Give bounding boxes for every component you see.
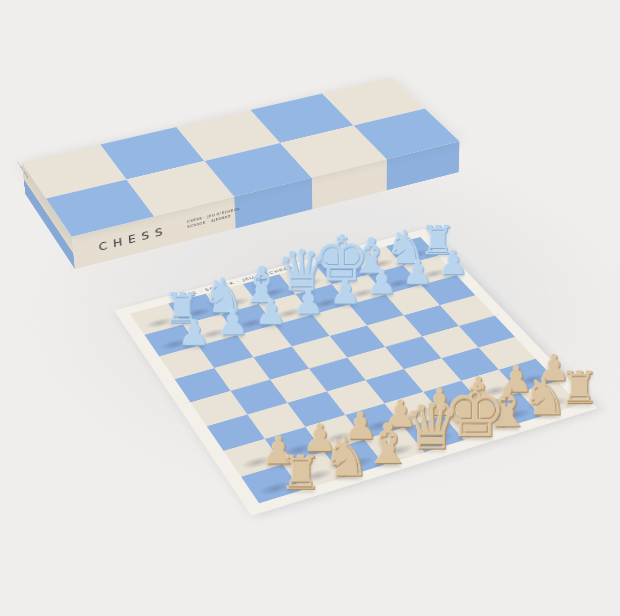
- piece-shadow: [514, 372, 550, 389]
- piece-shadow: [399, 406, 436, 424]
- square-h5: [440, 295, 495, 326]
- scene: CHESS CHESS · JEU D'ÉCHECS SCHACK · AJED…: [0, 0, 620, 616]
- piece-shadow: [381, 276, 415, 291]
- piece-shadow: [459, 418, 496, 436]
- piece-shadow: [419, 430, 457, 448]
- piece-shadow: [535, 395, 572, 412]
- piece-shadow: [297, 466, 336, 485]
- product-photo: CHESS CHESS · JEU D'ÉCHECS SCHACK · AJED…: [0, 0, 620, 616]
- piece-shadow: [255, 479, 294, 498]
- piece-shadow: [497, 406, 534, 424]
- piece-shadow: [399, 248, 432, 262]
- piece-shadow: [379, 442, 417, 461]
- piece-shadow: [292, 276, 326, 291]
- piece-shadow: [339, 454, 377, 473]
